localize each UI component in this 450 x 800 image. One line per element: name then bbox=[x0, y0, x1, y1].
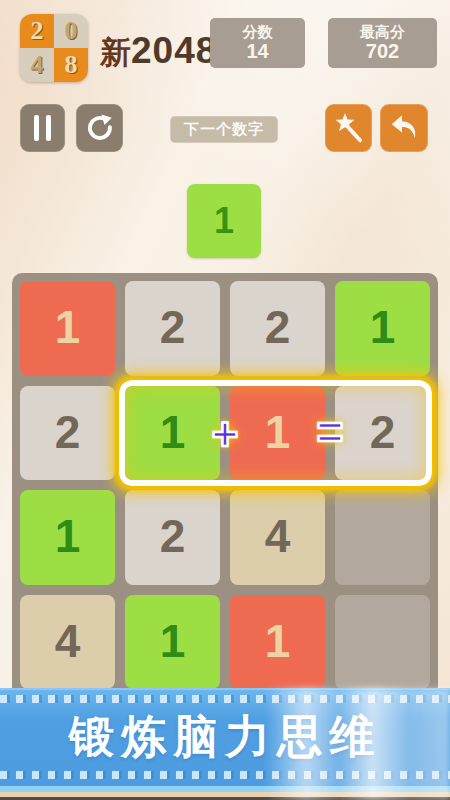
score-box: 分数 14 bbox=[210, 18, 305, 68]
tile-1-green-r2c2: 1 bbox=[125, 386, 220, 481]
undo-arrow-icon bbox=[388, 112, 420, 144]
title-number: 2048 bbox=[131, 30, 217, 71]
best-score-box: 最高分 702 bbox=[328, 18, 437, 68]
tile-1-green-r1c4: 1 bbox=[335, 281, 430, 376]
tile-4-tan-r3c3: 4 bbox=[230, 490, 325, 585]
pause-button[interactable] bbox=[20, 104, 65, 152]
logo-digit-4: 4 bbox=[20, 48, 54, 82]
restart-button[interactable] bbox=[76, 104, 123, 152]
ad-banner[interactable]: 锻炼脑力思维 bbox=[0, 688, 450, 786]
tile-2-gray-r2c4: 2 bbox=[335, 386, 430, 481]
logo-digit-2: 2 bbox=[20, 14, 54, 48]
tile-2-gray-r1c3: 2 bbox=[230, 281, 325, 376]
game-board[interactable]: 12212112124411 + = bbox=[12, 273, 438, 697]
best-score-label: 最高分 bbox=[328, 23, 437, 40]
restart-icon bbox=[85, 113, 115, 143]
score-value: 14 bbox=[210, 40, 305, 63]
next-number-label: 下一个数字 bbox=[170, 116, 278, 143]
banner-perforation-bottom bbox=[0, 771, 450, 779]
logo-digit-0: 0 bbox=[54, 14, 88, 48]
magic-wand-icon bbox=[333, 112, 365, 144]
magic-wand-button[interactable] bbox=[325, 104, 372, 152]
tile-2-gray-r2c1: 2 bbox=[20, 386, 115, 481]
title-prefix: 新 bbox=[100, 35, 131, 70]
banner-perforation-top bbox=[0, 695, 450, 703]
logo-digit-8: 8 bbox=[54, 48, 88, 82]
tile-2-gray-r3c2: 2 bbox=[125, 490, 220, 585]
page-title: 新2048 bbox=[100, 30, 217, 74]
undo-button[interactable] bbox=[380, 104, 428, 152]
tile-1-red-r4c3: 1 bbox=[230, 595, 325, 690]
app-logo: 2 0 4 8 bbox=[20, 14, 88, 82]
tile-1-green-r3c1: 1 bbox=[20, 490, 115, 585]
board-grid: 12212112124411 bbox=[20, 281, 430, 689]
game-screen: 2 0 4 8 新2048 分数 14 最高分 702 下一个数字 1 1 bbox=[0, 0, 450, 800]
tile-4-tan-r4c1: 4 bbox=[20, 595, 115, 690]
next-tile-preview: 1 bbox=[187, 184, 261, 258]
pause-icon bbox=[34, 115, 39, 141]
tile-1-red-r1c1: 1 bbox=[20, 281, 115, 376]
tile-1-green-r4c2: 1 bbox=[125, 595, 220, 690]
empty-cell-r3c4 bbox=[335, 490, 430, 585]
tile-2-gray-r1c2: 2 bbox=[125, 281, 220, 376]
banner-text: 锻炼脑力思维 bbox=[0, 707, 450, 767]
tile-1-red-r2c3: 1 bbox=[230, 386, 325, 481]
score-label: 分数 bbox=[210, 23, 305, 40]
empty-cell-r4c4 bbox=[335, 595, 430, 690]
best-score-value: 702 bbox=[328, 40, 437, 63]
